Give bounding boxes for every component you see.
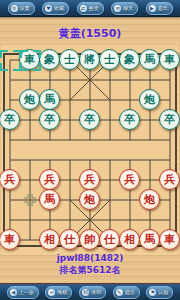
piece-red-p-e4[interactable]: 兵: [79, 169, 100, 190]
piece-red-c-e3[interactable]: 炮: [79, 189, 100, 210]
piece-red-a-d1[interactable]: 仕: [59, 229, 80, 250]
piece-black-r-i10[interactable]: 車: [159, 49, 180, 70]
piece-black-a-f10[interactable]: 士: [99, 49, 120, 70]
topbar-button-label: 设置: [20, 5, 30, 11]
piece-black-n-h10[interactable]: 馬: [139, 49, 160, 70]
topbar-button-label: 聊天: [123, 5, 133, 11]
piece-black-r-b10[interactable]: 車: [19, 49, 40, 70]
swap-icon: ⇄: [80, 5, 87, 12]
topbar-button-label: 收藏: [54, 5, 64, 11]
piece-black-c-h8[interactable]: 炮: [139, 89, 160, 110]
piece-red-a-f1[interactable]: 仕: [99, 229, 120, 250]
chat-icon: ✉: [114, 5, 121, 12]
player-name: jpwl88(1482): [0, 253, 180, 263]
topbar-button-label: 退出: [158, 5, 168, 11]
topbar-button-1[interactable]: ⚙设置: [8, 2, 35, 15]
gear-icon: ⚙: [11, 5, 18, 12]
exit-icon: ▶: [149, 5, 156, 12]
opponent-name: 黄盖(1550): [0, 26, 180, 41]
back-icon: ◀: [10, 289, 17, 296]
bottombar-button-label: 认输: [158, 289, 168, 295]
piece-black-c-b8[interactable]: 炮: [19, 89, 40, 110]
piece-black-b-g10[interactable]: 象: [119, 49, 140, 70]
bottombar-button-label: 上一步: [19, 289, 34, 295]
board-grid: [0, 44, 180, 256]
piece-black-a-d10[interactable]: 士: [59, 49, 80, 70]
topbar-button-2[interactable]: ♥收藏: [42, 2, 69, 15]
topbar-button-4[interactable]: ✉聊天: [111, 2, 138, 15]
flag-icon: ⚑: [149, 289, 156, 296]
undo-icon: ↩: [48, 289, 55, 296]
piece-black-k-e10[interactable]: 將: [79, 49, 100, 70]
bottom-toolbar: ◀上一步↩悔棋和求和✎提示⚑认输: [0, 283, 180, 300]
bottombar-button-label: 悔棋: [57, 289, 67, 295]
piece-red-n-h1[interactable]: 馬: [139, 229, 160, 250]
piece-black-p-g7[interactable]: 卒: [119, 109, 140, 130]
piece-black-p-a7[interactable]: 卒: [0, 109, 20, 130]
bottombar-button-3[interactable]: 和求和: [79, 286, 106, 299]
piece-black-p-e7[interactable]: 卒: [79, 109, 100, 130]
piece-black-p-c7[interactable]: 卒: [39, 109, 60, 130]
piece-red-p-g4[interactable]: 兵: [119, 169, 140, 190]
piece-red-b-g1[interactable]: 相: [119, 229, 140, 250]
top-toolbar: ⚙设置♥收藏⇄换桌✉聊天▶退出: [0, 0, 180, 17]
piece-red-r-a1[interactable]: 車: [0, 229, 20, 250]
piece-black-p-i7[interactable]: 卒: [159, 109, 180, 130]
piece-red-k-e1[interactable]: 帥: [79, 229, 100, 250]
topbar-button-label: 换桌: [89, 5, 99, 11]
piece-red-b-c1[interactable]: 相: [39, 229, 60, 250]
draw-icon: 和: [82, 289, 89, 296]
bottombar-button-2[interactable]: ↩悔棋: [45, 286, 72, 299]
game-screen: ⚙设置♥收藏⇄换桌✉聊天▶退出 黄盖(1550) 車象士將士象馬車炮馬炮卒卒卒卒…: [0, 0, 180, 300]
bottombar-button-label: 提示: [125, 289, 135, 295]
piece-red-c-h3[interactable]: 炮: [139, 189, 160, 210]
xiangqi-board[interactable]: 車象士將士象馬車炮馬炮卒卒卒卒卒兵兵兵兵兵馬炮炮車相仕帥仕相馬車: [0, 44, 180, 256]
piece-red-p-a4[interactable]: 兵: [0, 169, 20, 190]
bottombar-button-label: 求和: [91, 289, 101, 295]
piece-black-b-c10[interactable]: 象: [39, 49, 60, 70]
heart-icon: ♥: [45, 5, 52, 12]
bottombar-button-4[interactable]: ✎提示: [113, 286, 140, 299]
player-rank: 排名第5612名: [0, 264, 180, 277]
piece-red-r-i1[interactable]: 車: [159, 229, 180, 250]
piece-black-n-c8[interactable]: 馬: [39, 89, 60, 110]
piece-red-p-i4[interactable]: 兵: [159, 169, 180, 190]
bottombar-button-1[interactable]: ◀上一步: [7, 286, 39, 299]
piece-red-p-c4[interactable]: 兵: [39, 169, 60, 190]
topbar-button-3[interactable]: ⇄换桌: [77, 2, 104, 15]
topbar-button-5[interactable]: ▶退出: [146, 2, 173, 15]
piece-red-n-c3[interactable]: 馬: [39, 189, 60, 210]
hint-icon: ✎: [116, 289, 123, 296]
bottombar-button-5[interactable]: ⚑认输: [146, 286, 173, 299]
